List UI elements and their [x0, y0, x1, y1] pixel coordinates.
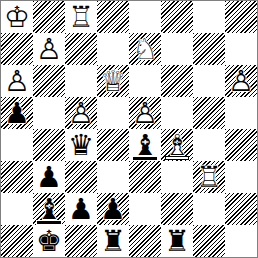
square-h1[interactable] — [225, 225, 257, 257]
square-e3[interactable] — [129, 161, 161, 193]
black-king: ♚ — [33, 225, 65, 257]
black-pawn: ♟ — [33, 161, 65, 193]
square-c5[interactable]: ♟♙ — [65, 97, 97, 129]
square-b1[interactable]: ♚ — [33, 225, 65, 257]
black-pawn-glyph: ♟ — [97, 193, 129, 225]
white-rook: ♜♖ — [193, 161, 225, 193]
white-pawn: ♟♙ — [65, 97, 97, 129]
square-h8[interactable] — [225, 1, 257, 33]
square-a7[interactable] — [1, 33, 33, 65]
white-rook-glyph: ♖ — [65, 1, 97, 33]
square-c1[interactable] — [65, 225, 97, 257]
black-pawn-glyph: ♟ — [33, 161, 65, 193]
square-e8[interactable] — [129, 1, 161, 33]
white-knight-glyph: ♘ — [129, 33, 161, 65]
square-a1[interactable] — [1, 225, 33, 257]
black-queen: ♛ — [65, 129, 97, 161]
square-f2[interactable] — [161, 193, 193, 225]
square-f3[interactable] — [161, 161, 193, 193]
white-knight: ♞♘ — [129, 33, 161, 65]
white-pawn: ♟♙ — [1, 65, 33, 97]
square-b7[interactable]: ♟♙ — [33, 33, 65, 65]
square-a2[interactable] — [1, 193, 33, 225]
square-c4[interactable]: ♛ — [65, 129, 97, 161]
black-rook-glyph: ♜ — [161, 225, 193, 257]
square-g7[interactable] — [193, 33, 225, 65]
square-d8[interactable] — [97, 1, 129, 33]
square-c8[interactable]: ♜♖ — [65, 1, 97, 33]
square-e4[interactable]: ♝ — [129, 129, 161, 161]
square-f5[interactable] — [161, 97, 193, 129]
black-king-glyph: ♚ — [33, 225, 65, 257]
white-pawn-glyph: ♙ — [65, 97, 97, 129]
square-d7[interactable] — [97, 33, 129, 65]
square-e7[interactable]: ♞♘ — [129, 33, 161, 65]
square-g3[interactable]: ♜♖ — [193, 161, 225, 193]
white-pawn-glyph: ♙ — [129, 97, 161, 129]
white-bishop: ♝♗ — [161, 129, 193, 161]
black-rook-glyph: ♜ — [97, 225, 129, 257]
black-bishop: ♝ — [33, 193, 65, 225]
square-d6[interactable]: ♛♕ — [97, 65, 129, 97]
square-d2[interactable]: ♟ — [97, 193, 129, 225]
black-bishop-glyph: ♝ — [129, 129, 161, 161]
square-c3[interactable] — [65, 161, 97, 193]
black-rook: ♜ — [161, 225, 193, 257]
square-e2[interactable] — [129, 193, 161, 225]
white-pawn-glyph: ♙ — [1, 65, 33, 97]
square-b5[interactable] — [33, 97, 65, 129]
square-f6[interactable] — [161, 65, 193, 97]
black-rook: ♜ — [97, 225, 129, 257]
black-pawn-glyph: ♟ — [1, 97, 33, 129]
square-f7[interactable] — [161, 33, 193, 65]
white-pawn-glyph: ♙ — [33, 33, 65, 65]
square-c6[interactable] — [65, 65, 97, 97]
square-g8[interactable] — [193, 1, 225, 33]
square-f1[interactable]: ♜ — [161, 225, 193, 257]
square-e1[interactable] — [129, 225, 161, 257]
black-bishop-glyph: ♝ — [33, 193, 65, 225]
square-g6[interactable] — [193, 65, 225, 97]
white-pawn: ♟♙ — [225, 65, 257, 97]
square-g5[interactable] — [193, 97, 225, 129]
black-bishop: ♝ — [129, 129, 161, 161]
white-queen: ♛♕ — [97, 65, 129, 97]
square-b4[interactable] — [33, 129, 65, 161]
square-g1[interactable] — [193, 225, 225, 257]
white-pawn-glyph: ♙ — [225, 65, 257, 97]
square-a4[interactable] — [1, 129, 33, 161]
square-a8[interactable]: ♚♔ — [1, 1, 33, 33]
black-pawn: ♟ — [97, 193, 129, 225]
square-d4[interactable] — [97, 129, 129, 161]
square-f4[interactable]: ♝♗ — [161, 129, 193, 161]
black-queen-glyph: ♛ — [65, 129, 97, 161]
white-king-glyph: ♔ — [1, 1, 33, 33]
square-e5[interactable]: ♟♙ — [129, 97, 161, 129]
square-e6[interactable] — [129, 65, 161, 97]
square-h5[interactable] — [225, 97, 257, 129]
white-pawn: ♟♙ — [33, 33, 65, 65]
square-b2[interactable]: ♝ — [33, 193, 65, 225]
square-a5[interactable]: ♟ — [1, 97, 33, 129]
white-pawn: ♟♙ — [129, 97, 161, 129]
square-d3[interactable] — [97, 161, 129, 193]
white-rook: ♜♖ — [65, 1, 97, 33]
square-b8[interactable] — [33, 1, 65, 33]
square-h4[interactable] — [225, 129, 257, 161]
square-d5[interactable] — [97, 97, 129, 129]
black-pawn-glyph: ♟ — [65, 193, 97, 225]
square-h7[interactable] — [225, 33, 257, 65]
square-c2[interactable]: ♟ — [65, 193, 97, 225]
white-queen-glyph: ♕ — [97, 65, 129, 97]
square-f8[interactable] — [161, 1, 193, 33]
square-g4[interactable] — [193, 129, 225, 161]
square-d1[interactable]: ♜ — [97, 225, 129, 257]
square-g2[interactable] — [193, 193, 225, 225]
black-pawn: ♟ — [1, 97, 33, 129]
square-h3[interactable] — [225, 161, 257, 193]
square-h6[interactable]: ♟♙ — [225, 65, 257, 97]
square-h2[interactable] — [225, 193, 257, 225]
square-b3[interactable]: ♟ — [33, 161, 65, 193]
square-a6[interactable]: ♟♙ — [1, 65, 33, 97]
black-pawn: ♟ — [65, 193, 97, 225]
square-a3[interactable] — [1, 161, 33, 193]
white-king: ♚♔ — [1, 1, 33, 33]
white-bishop-glyph: ♗ — [161, 129, 193, 161]
chess-board: ♚♔♜♖♟♙♞♘♟♙♛♕♟♙♟♟♙♟♙♛♝♝♗♟♜♖♝♟♟♚♜♜ — [0, 0, 258, 258]
square-c7[interactable] — [65, 33, 97, 65]
square-b6[interactable] — [33, 65, 65, 97]
white-rook-glyph: ♖ — [193, 161, 225, 193]
